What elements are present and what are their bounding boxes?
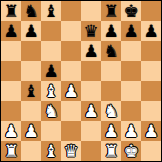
square-h5[interactable] xyxy=(141,61,161,81)
square-d8[interactable] xyxy=(61,1,81,21)
square-g1[interactable]: ♚ xyxy=(121,141,141,161)
square-h2[interactable]: ♟ xyxy=(141,121,161,141)
square-e4[interactable] xyxy=(81,81,101,101)
white-bishop-c4[interactable]: ♝ xyxy=(43,81,58,101)
square-b4[interactable]: ♝ xyxy=(21,81,41,101)
black-rook-a8[interactable]: ♜ xyxy=(3,1,18,21)
square-a7[interactable]: ♟ xyxy=(1,21,21,41)
square-b3[interactable] xyxy=(21,101,41,121)
square-e6[interactable]: ♟ xyxy=(81,41,101,61)
black-rook-f8[interactable]: ♜ xyxy=(103,1,118,21)
black-pawn-c5[interactable]: ♟ xyxy=(43,61,58,81)
black-pawn-e6[interactable]: ♟ xyxy=(83,41,98,61)
black-pawn-g7[interactable]: ♟ xyxy=(123,21,138,41)
white-knight-c3[interactable]: ♞ xyxy=(43,101,58,121)
square-d1[interactable]: ♛ xyxy=(61,141,81,161)
black-pawn-f7[interactable]: ♟ xyxy=(103,21,118,41)
square-e2[interactable] xyxy=(81,121,101,141)
square-a6[interactable] xyxy=(1,41,21,61)
black-bishop-c8[interactable]: ♝ xyxy=(43,1,58,21)
square-h4[interactable] xyxy=(141,81,161,101)
square-b2[interactable]: ♟ xyxy=(21,121,41,141)
square-a2[interactable]: ♟ xyxy=(1,121,21,141)
white-pawn-d4[interactable]: ♟ xyxy=(63,81,78,101)
square-c1[interactable]: ♝ xyxy=(41,141,61,161)
square-d4[interactable]: ♟ xyxy=(61,81,81,101)
white-king-g1[interactable]: ♚ xyxy=(123,141,138,161)
white-knight-f3[interactable]: ♞ xyxy=(103,101,118,121)
square-f8[interactable]: ♜ xyxy=(101,1,121,21)
square-c2[interactable] xyxy=(41,121,61,141)
square-e7[interactable]: ♛ xyxy=(81,21,101,41)
chess-board: ♜♞♝♜♚♟♟♛♟♟♟♟♞♟♝♝♟♞♟♞♟♟♟♟♟♜♝♛♜♚ xyxy=(1,1,161,161)
square-g4[interactable] xyxy=(121,81,141,101)
square-e1[interactable] xyxy=(81,141,101,161)
square-f2[interactable]: ♟ xyxy=(101,121,121,141)
square-f5[interactable] xyxy=(101,61,121,81)
square-h6[interactable] xyxy=(141,41,161,61)
square-f4[interactable] xyxy=(101,81,121,101)
square-c8[interactable]: ♝ xyxy=(41,1,61,21)
square-e8[interactable] xyxy=(81,1,101,21)
square-d2[interactable] xyxy=(61,121,81,141)
square-g6[interactable] xyxy=(121,41,141,61)
square-e5[interactable] xyxy=(81,61,101,81)
square-h1[interactable] xyxy=(141,141,161,161)
square-b8[interactable]: ♞ xyxy=(21,1,41,21)
square-d3[interactable] xyxy=(61,101,81,121)
square-c7[interactable] xyxy=(41,21,61,41)
white-pawn-a2[interactable]: ♟ xyxy=(3,121,18,141)
white-pawn-e3[interactable]: ♟ xyxy=(83,101,98,121)
square-g7[interactable]: ♟ xyxy=(121,21,141,41)
square-b7[interactable]: ♟ xyxy=(21,21,41,41)
square-h8[interactable] xyxy=(141,1,161,21)
square-a4[interactable] xyxy=(1,81,21,101)
square-f3[interactable]: ♞ xyxy=(101,101,121,121)
black-king-g8[interactable]: ♚ xyxy=(123,1,138,21)
square-g3[interactable] xyxy=(121,101,141,121)
square-f1[interactable]: ♜ xyxy=(101,141,121,161)
square-c6[interactable] xyxy=(41,41,61,61)
white-rook-a1[interactable]: ♜ xyxy=(3,141,18,161)
square-a5[interactable] xyxy=(1,61,21,81)
white-pawn-g2[interactable]: ♟ xyxy=(123,121,138,141)
square-b1[interactable] xyxy=(21,141,41,161)
white-bishop-c1[interactable]: ♝ xyxy=(43,141,58,161)
square-d6[interactable] xyxy=(61,41,81,61)
square-a1[interactable]: ♜ xyxy=(1,141,21,161)
black-pawn-b7[interactable]: ♟ xyxy=(23,21,38,41)
white-pawn-f2[interactable]: ♟ xyxy=(103,121,118,141)
square-b6[interactable] xyxy=(21,41,41,61)
black-pawn-a7[interactable]: ♟ xyxy=(3,21,18,41)
square-g2[interactable]: ♟ xyxy=(121,121,141,141)
white-pawn-h2[interactable]: ♟ xyxy=(143,121,158,141)
square-f6[interactable]: ♞ xyxy=(101,41,121,61)
square-a3[interactable] xyxy=(1,101,21,121)
square-g5[interactable] xyxy=(121,61,141,81)
square-d5[interactable] xyxy=(61,61,81,81)
square-e3[interactable]: ♟ xyxy=(81,101,101,121)
white-queen-d1[interactable]: ♛ xyxy=(63,141,78,161)
square-c4[interactable]: ♝ xyxy=(41,81,61,101)
black-pawn-h7[interactable]: ♟ xyxy=(143,21,158,41)
square-h7[interactable]: ♟ xyxy=(141,21,161,41)
square-a8[interactable]: ♜ xyxy=(1,1,21,21)
black-knight-f6[interactable]: ♞ xyxy=(103,41,118,61)
square-h3[interactable] xyxy=(141,101,161,121)
square-c5[interactable]: ♟ xyxy=(41,61,61,81)
square-f7[interactable]: ♟ xyxy=(101,21,121,41)
square-g8[interactable]: ♚ xyxy=(121,1,141,21)
white-pawn-b2[interactable]: ♟ xyxy=(23,121,38,141)
black-queen-e7[interactable]: ♛ xyxy=(83,21,98,41)
chess-board-frame: ♜♞♝♜♚♟♟♛♟♟♟♟♞♟♝♝♟♞♟♞♟♟♟♟♟♜♝♛♜♚ xyxy=(0,0,162,162)
square-b5[interactable] xyxy=(21,61,41,81)
white-rook-f1[interactable]: ♜ xyxy=(103,141,118,161)
square-d7[interactable] xyxy=(61,21,81,41)
black-bishop-b4[interactable]: ♝ xyxy=(23,81,38,101)
square-c3[interactable]: ♞ xyxy=(41,101,61,121)
black-knight-b8[interactable]: ♞ xyxy=(23,1,38,21)
